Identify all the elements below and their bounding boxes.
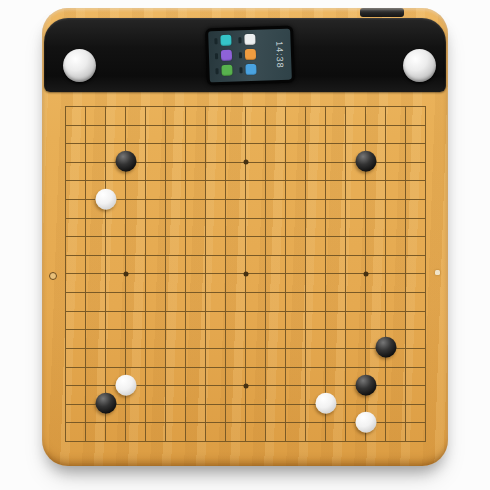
app-icon-teal-glyph — [220, 35, 231, 46]
app-icon-blue-glyph — [245, 64, 256, 75]
board-grid[interactable] — [65, 106, 426, 442]
app-label-mark — [238, 37, 241, 43]
app-icon-green[interactable] — [215, 65, 232, 77]
stone-black-Q4 — [355, 374, 376, 395]
app-icon-purple-glyph — [221, 50, 232, 61]
star-point — [243, 271, 248, 276]
app-icon-grid — [214, 34, 256, 76]
app-icon-blue[interactable] — [239, 64, 256, 76]
app-label-mark — [215, 68, 218, 74]
stone-white-Q2 — [355, 412, 376, 433]
stone-black-R6 — [375, 337, 396, 358]
app-label-mark — [214, 38, 217, 44]
stone-white-D4 — [115, 374, 136, 395]
stone-black-D16 — [115, 151, 136, 172]
screen-home: 14:38 — [208, 29, 292, 83]
star-point — [363, 271, 368, 276]
app-icon-white-glyph — [244, 34, 255, 45]
power-port — [360, 8, 404, 17]
star-point — [123, 271, 128, 276]
stone-black-Q16 — [355, 151, 376, 172]
right-speaker-button[interactable] — [403, 49, 436, 82]
stone-white-C14 — [95, 188, 116, 209]
display-screen[interactable]: 14:38 — [205, 25, 295, 85]
right-edge-marker — [435, 270, 440, 275]
app-icon-teal[interactable] — [214, 35, 231, 47]
app-label-mark — [215, 53, 218, 59]
stone-black-C3 — [95, 393, 116, 414]
app-icon-green-glyph — [221, 65, 232, 76]
left-speaker-button[interactable] — [63, 49, 96, 82]
app-icon-orange[interactable] — [239, 49, 256, 61]
star-point — [243, 160, 248, 165]
app-label-mark — [239, 52, 242, 58]
star-point — [243, 383, 248, 388]
screen-clock: 14:38 — [275, 41, 286, 69]
control-panel: 14:38 — [44, 18, 446, 92]
app-label-mark — [239, 67, 242, 73]
app-icon-orange-glyph — [245, 49, 256, 60]
stone-white-N3 — [315, 393, 336, 414]
left-edge-marker — [49, 272, 57, 280]
app-icon-white[interactable] — [238, 34, 255, 46]
app-icon-purple[interactable] — [215, 50, 232, 62]
go-board: 14:38 — [42, 8, 448, 466]
